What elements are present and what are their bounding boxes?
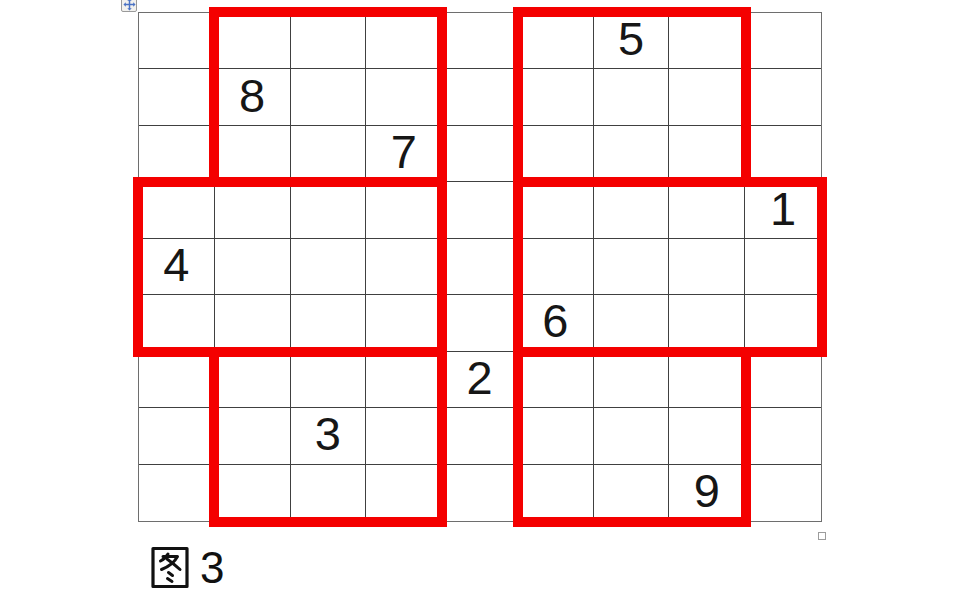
cell-r8-c4[interactable] <box>366 408 442 464</box>
cell-r5-c1[interactable]: 4 <box>139 239 215 295</box>
cell-r1-c7[interactable]: 5 <box>594 13 670 69</box>
cell-r1-c1[interactable] <box>139 13 215 69</box>
cell-r6-c6[interactable]: 6 <box>518 295 594 351</box>
cell-r9-c9[interactable] <box>745 465 821 521</box>
cell-r5-c9[interactable] <box>745 239 821 295</box>
cell-r4-c8[interactable] <box>669 182 745 238</box>
cell-r7-c2[interactable] <box>215 352 291 408</box>
cell-r4-c5[interactable] <box>442 182 518 238</box>
cell-r6-c2[interactable] <box>215 295 291 351</box>
cell-r7-c4[interactable] <box>366 352 442 408</box>
cell-r9-c1[interactable] <box>139 465 215 521</box>
figure-number: 3 <box>200 546 224 590</box>
cell-r4-c2[interactable] <box>215 182 291 238</box>
cell-r2-c5[interactable] <box>442 69 518 125</box>
cell-r4-c4[interactable] <box>366 182 442 238</box>
cell-r2-c1[interactable] <box>139 69 215 125</box>
cell-r4-c6[interactable] <box>518 182 594 238</box>
cell-r6-c7[interactable] <box>594 295 670 351</box>
cell-r7-c1[interactable] <box>139 352 215 408</box>
cell-r6-c3[interactable] <box>291 295 367 351</box>
cell-r5-c3[interactable] <box>291 239 367 295</box>
cell-r1-c3[interactable] <box>291 13 367 69</box>
cell-r9-c4[interactable] <box>366 465 442 521</box>
cell-r9-c6[interactable] <box>518 465 594 521</box>
cell-r7-c8[interactable] <box>669 352 745 408</box>
cell-r9-c7[interactable] <box>594 465 670 521</box>
cell-r1-c9[interactable] <box>745 13 821 69</box>
cell-r2-c4[interactable] <box>366 69 442 125</box>
cell-r8-c3[interactable]: 3 <box>291 408 367 464</box>
cell-r5-c7[interactable] <box>594 239 670 295</box>
cell-r6-c4[interactable] <box>366 295 442 351</box>
table-resize-handle[interactable] <box>818 532 826 540</box>
cell-r1-c8[interactable] <box>669 13 745 69</box>
cell-r3-c1[interactable] <box>139 126 215 182</box>
cell-r8-c1[interactable] <box>139 408 215 464</box>
cell-r5-c5[interactable] <box>442 239 518 295</box>
document-page: 587146239 3 <box>0 0 964 600</box>
cell-r7-c5[interactable]: 2 <box>442 352 518 408</box>
cell-r5-c6[interactable] <box>518 239 594 295</box>
four-way-move-arrow-icon <box>123 0 136 11</box>
cell-r6-c9[interactable] <box>745 295 821 351</box>
cell-r3-c4[interactable]: 7 <box>366 126 442 182</box>
cell-r2-c9[interactable] <box>745 69 821 125</box>
cell-r3-c5[interactable] <box>442 126 518 182</box>
cell-r4-c7[interactable] <box>594 182 670 238</box>
cell-r1-c2[interactable] <box>215 13 291 69</box>
cell-r9-c5[interactable] <box>442 465 518 521</box>
cell-r7-c3[interactable] <box>291 352 367 408</box>
cell-r9-c8[interactable]: 9 <box>669 465 745 521</box>
cell-r3-c3[interactable] <box>291 126 367 182</box>
cell-r3-c6[interactable] <box>518 126 594 182</box>
cjk-character-tu-glyph <box>151 546 189 589</box>
cell-r1-c6[interactable] <box>518 13 594 69</box>
cell-r5-c4[interactable] <box>366 239 442 295</box>
cell-r9-c3[interactable] <box>291 465 367 521</box>
cell-r6-c1[interactable] <box>139 295 215 351</box>
cell-r3-c9[interactable] <box>745 126 821 182</box>
cell-r6-c5[interactable] <box>442 295 518 351</box>
cell-r7-c7[interactable] <box>594 352 670 408</box>
cell-r2-c2[interactable]: 8 <box>215 69 291 125</box>
cell-r8-c8[interactable] <box>669 408 745 464</box>
cell-r8-c9[interactable] <box>745 408 821 464</box>
cell-r3-c8[interactable] <box>669 126 745 182</box>
cell-r2-c8[interactable] <box>669 69 745 125</box>
cell-r8-c2[interactable] <box>215 408 291 464</box>
cell-r4-c9[interactable]: 1 <box>745 182 821 238</box>
cell-r2-c3[interactable] <box>291 69 367 125</box>
cell-r7-c9[interactable] <box>745 352 821 408</box>
cell-r8-c6[interactable] <box>518 408 594 464</box>
figure-caption: 3 <box>151 546 224 590</box>
cell-r9-c2[interactable] <box>215 465 291 521</box>
cell-r6-c8[interactable] <box>669 295 745 351</box>
cell-r3-c2[interactable] <box>215 126 291 182</box>
cell-r7-c6[interactable] <box>518 352 594 408</box>
cell-r3-c7[interactable] <box>594 126 670 182</box>
cell-r1-c5[interactable] <box>442 13 518 69</box>
cell-r1-c4[interactable] <box>366 13 442 69</box>
cell-r2-c6[interactable] <box>518 69 594 125</box>
table-move-handle[interactable] <box>121 0 137 12</box>
puzzle-grid: 587146239 <box>138 12 822 522</box>
cell-r5-c2[interactable] <box>215 239 291 295</box>
cell-r8-c5[interactable] <box>442 408 518 464</box>
cell-r8-c7[interactable] <box>594 408 670 464</box>
cell-r2-c7[interactable] <box>594 69 670 125</box>
cell-r4-c1[interactable] <box>139 182 215 238</box>
cell-r5-c8[interactable] <box>669 239 745 295</box>
cell-r4-c3[interactable] <box>291 182 367 238</box>
